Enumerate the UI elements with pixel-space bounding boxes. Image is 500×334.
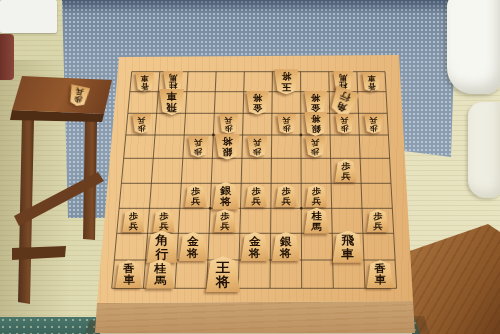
piece-gote-3c-silver[interactable]: 銀将 (304, 112, 327, 136)
piece-sente-8g-pawn[interactable]: 歩兵 (153, 209, 175, 232)
piece-sente-6i-king[interactable]: 王将 (206, 256, 241, 292)
piece-sente-4h-silver[interactable]: 銀将 (272, 232, 301, 261)
piece-gote-6d-silver[interactable]: 銀将 (215, 134, 240, 160)
tea-cup (0, 34, 14, 80)
piece-gote-2c-pawn[interactable]: 歩兵 (335, 114, 354, 134)
piece-gote-6c-pawn[interactable]: 歩兵 (219, 114, 238, 134)
piece-sente-5h-gold[interactable]: 金将 (241, 232, 270, 261)
piece-gote-4c-pawn[interactable]: 歩兵 (277, 114, 296, 134)
tissue-paper (447, 0, 500, 94)
piece-gote-5b-gold[interactable]: 金将 (246, 91, 269, 115)
piece-sente-9i-lance[interactable]: 香車 (115, 260, 142, 288)
green-cushion-left (0, 317, 100, 334)
tissue-paper-2 (468, 102, 500, 198)
piece-sente-7h-gold[interactable]: 金将 (179, 232, 208, 261)
white-tray (0, 0, 57, 33)
piece-sente-1g-pawn[interactable]: 歩兵 (367, 209, 389, 232)
piece-gote-1a-lance[interactable]: 香車 (362, 72, 381, 92)
piece-gote-3d-pawn[interactable]: 歩兵 (305, 136, 326, 157)
piece-sente-6g-pawn[interactable]: 歩兵 (214, 209, 236, 232)
piece-gote-8b-rook[interactable]: 飛車 (159, 89, 184, 115)
piece-gote-9c-pawn[interactable]: 歩兵 (132, 114, 151, 134)
piece-gote-4a-king[interactable]: 玉将 (274, 69, 299, 94)
piece-sente-6f-silver[interactable]: 銀将 (212, 182, 239, 210)
piece-sente-9g-pawn[interactable]: 歩兵 (122, 209, 144, 232)
piece-sente-8i-knight[interactable]: 桂馬 (146, 259, 175, 288)
piece-sente-7f-pawn[interactable]: 歩兵 (185, 184, 207, 207)
piece-gote-3b-gold[interactable]: 金将 (304, 91, 327, 115)
piece-gote-1c-pawn[interactable]: 歩兵 (364, 114, 383, 134)
gote-komadai-left-table (12, 74, 114, 114)
piece-sente-5f-pawn[interactable]: 歩兵 (245, 184, 267, 207)
piece-sente-8h-bishop[interactable]: 角行 (146, 231, 177, 263)
cushion-edge-fold (62, 0, 456, 14)
piece-sente-2h-rook[interactable]: 飛車 (332, 231, 363, 263)
piece-sente-1i-lance[interactable]: 香車 (367, 260, 394, 288)
piece-gote-7d-pawn[interactable]: 歩兵 (188, 136, 209, 157)
piece-gote-5d-pawn[interactable]: 歩兵 (247, 136, 268, 157)
piece-sente-3f-pawn[interactable]: 歩兵 (305, 184, 327, 207)
piece-gote-9a-lance[interactable]: 香車 (135, 72, 154, 92)
piece-sente-4f-pawn[interactable]: 歩兵 (275, 184, 297, 207)
piece-sente-3g-knight[interactable]: 桂馬 (304, 208, 329, 234)
piece-sente-2e-pawn[interactable]: 歩兵 (335, 159, 357, 182)
